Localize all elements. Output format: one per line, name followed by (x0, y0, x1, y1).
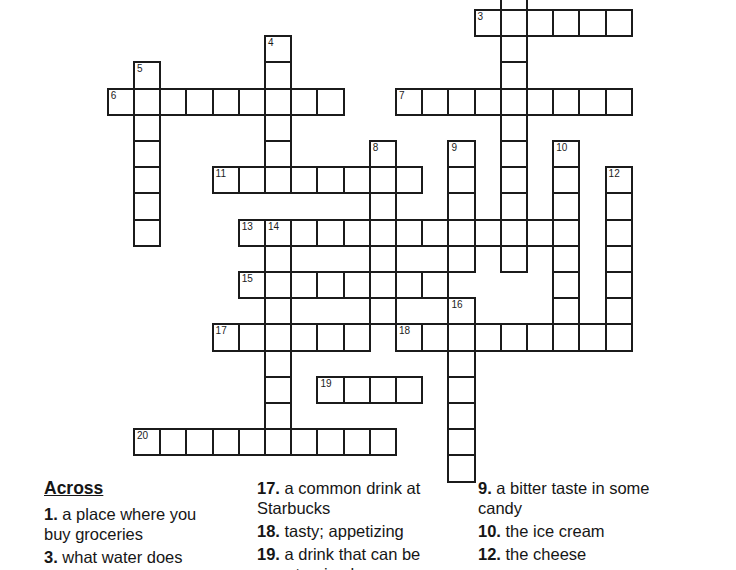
grid-cell[interactable] (447, 166, 475, 194)
grid-cell[interactable] (500, 323, 528, 351)
grid-cell[interactable] (447, 376, 475, 404)
grid-cell[interactable] (369, 428, 397, 456)
grid-cell[interactable] (369, 245, 397, 273)
grid-cell[interactable] (264, 428, 292, 456)
grid-cell[interactable] (578, 9, 606, 37)
cell-number: 6 (111, 91, 117, 101)
clue-item: 18. tasty; appetizing (257, 521, 449, 541)
grid-cell[interactable] (185, 88, 213, 116)
grid-cell[interactable] (421, 219, 449, 247)
grid-cell[interactable] (447, 219, 475, 247)
grid-cell[interactable] (238, 166, 266, 194)
grid-cell[interactable] (500, 9, 528, 37)
grid-cell[interactable] (238, 88, 266, 116)
grid-cell[interactable] (447, 88, 475, 116)
grid-cell[interactable] (159, 88, 187, 116)
grid-cell[interactable] (552, 166, 580, 194)
grid-cell[interactable] (343, 428, 371, 456)
grid-cell[interactable] (369, 166, 397, 194)
grid-cell[interactable] (264, 402, 292, 430)
grid-cell[interactable] (578, 323, 606, 351)
cell-number: 18 (399, 326, 410, 336)
cell-number: 20 (137, 431, 148, 441)
clue-number-label: 12. (478, 545, 501, 563)
grid-cell[interactable] (500, 140, 528, 168)
grid-cell[interactable] (343, 219, 371, 247)
down-clue-list: 9. a bitter taste in some candy10. the i… (478, 478, 650, 570)
grid-cell[interactable] (159, 428, 187, 456)
grid-cell[interactable] (133, 88, 161, 116)
grid-cell[interactable] (316, 323, 344, 351)
grid-cell[interactable] (447, 350, 475, 378)
grid-cell[interactable] (264, 271, 292, 299)
clue-item: 12. the cheese (478, 544, 650, 564)
cell-number: 5 (137, 64, 143, 74)
clue-item: 10. the ice cream (478, 521, 650, 541)
grid-cell[interactable] (500, 88, 528, 116)
cell-number: 3 (478, 12, 484, 22)
clue-item: 3. what water does when it is heated (44, 547, 222, 570)
cell-number: 9 (451, 143, 457, 153)
grid-cell[interactable] (552, 192, 580, 220)
grid-cell[interactable] (605, 192, 633, 220)
grid-cell[interactable] (316, 219, 344, 247)
grid-cell[interactable] (343, 323, 371, 351)
grid-cell[interactable] (447, 192, 475, 220)
cell-number: 19 (320, 379, 331, 389)
grid-cell[interactable] (264, 88, 292, 116)
grid-cell[interactable] (552, 245, 580, 273)
crossword-worksheet: 34567891011121314151617181920 Across 1. … (0, 0, 736, 570)
grid-cell[interactable] (264, 323, 292, 351)
grid-cell[interactable] (500, 166, 528, 194)
grid-cell[interactable] (212, 88, 240, 116)
grid-cell[interactable] (526, 88, 554, 116)
grid-cell[interactable] (316, 428, 344, 456)
grid-cell[interactable] (369, 376, 397, 404)
grid-cell[interactable] (395, 271, 423, 299)
grid-cell[interactable] (421, 323, 449, 351)
grid-cell[interactable] (500, 219, 528, 247)
clue-item: 17. a common drink at Starbucks (257, 478, 449, 518)
grid-cell[interactable] (369, 297, 397, 325)
grid-cell[interactable] (290, 166, 318, 194)
clue-item: 19. a drink that can be sweet or iced (257, 544, 449, 570)
clue-number-label: 17. (257, 479, 280, 497)
grid-cell[interactable] (264, 140, 292, 168)
cell-number: 7 (399, 91, 405, 101)
grid-cell[interactable] (395, 376, 423, 404)
clue-number-label: 19. (257, 545, 280, 563)
grid-cell[interactable] (238, 323, 266, 351)
clue-number-label: 10. (478, 522, 501, 540)
grid-cell[interactable] (552, 88, 580, 116)
grid-cell[interactable] (500, 61, 528, 89)
clue-item: 1. a place where you buy groceries (44, 504, 222, 544)
grid-cell[interactable] (447, 402, 475, 430)
grid-cell[interactable] (343, 271, 371, 299)
grid-cell[interactable] (526, 219, 554, 247)
grid-cell[interactable] (290, 219, 318, 247)
cell-number: 12 (609, 169, 620, 179)
grid-cell[interactable] (290, 271, 318, 299)
grid-cell[interactable] (343, 166, 371, 194)
cell-number: 4 (268, 38, 274, 48)
grid-cell[interactable] (578, 88, 606, 116)
grid-cell[interactable] (447, 454, 475, 482)
grid-cell[interactable] (264, 245, 292, 273)
grid-cell[interactable] (133, 219, 161, 247)
grid-cell[interactable] (290, 428, 318, 456)
clue-number-label: 9. (478, 479, 492, 497)
grid-cell[interactable] (264, 61, 292, 89)
grid-cell[interactable] (500, 192, 528, 220)
grid-cell[interactable] (264, 166, 292, 194)
grid-cell[interactable] (605, 9, 633, 37)
grid-cell[interactable] (238, 428, 266, 456)
grid-cell[interactable] (316, 88, 344, 116)
grid-cell[interactable] (500, 245, 528, 273)
grid-cell[interactable] (133, 114, 161, 142)
grid-cell[interactable] (395, 219, 423, 247)
grid-cell[interactable] (264, 350, 292, 378)
grid-cell[interactable] (133, 140, 161, 168)
cell-number: 16 (451, 300, 462, 310)
grid-cell[interactable] (500, 114, 528, 142)
grid-cell[interactable] (474, 323, 502, 351)
cell-number: 14 (268, 222, 279, 232)
clue-number-label: 3. (44, 548, 58, 566)
grid-cell[interactable] (369, 271, 397, 299)
across-header: Across (44, 478, 222, 498)
across-clues-column-2: 17. a common drink at Starbucks18. tasty… (257, 478, 449, 570)
clue-item: 9. a bitter taste in some candy (478, 478, 650, 518)
grid-cell[interactable] (369, 219, 397, 247)
grid-cell[interactable] (395, 166, 423, 194)
cell-number: 8 (373, 143, 379, 153)
grid-cell[interactable] (264, 376, 292, 404)
grid-cell[interactable] (421, 88, 449, 116)
grid-cell[interactable] (447, 428, 475, 456)
grid-cell[interactable] (133, 192, 161, 220)
grid-cell[interactable] (526, 323, 554, 351)
across-clue-list-2: 17. a common drink at Starbucks18. tasty… (257, 478, 449, 570)
grid-cell[interactable] (605, 219, 633, 247)
cell-number: 13 (242, 222, 253, 232)
grid-cell[interactable] (316, 166, 344, 194)
grid-cell[interactable] (264, 297, 292, 325)
grid-cell[interactable] (343, 376, 371, 404)
grid-cell[interactable] (552, 219, 580, 247)
grid-cell[interactable] (264, 114, 292, 142)
grid-cell[interactable] (290, 323, 318, 351)
grid-cell[interactable] (552, 297, 580, 325)
grid-cell[interactable] (290, 88, 318, 116)
clue-number-label: 1. (44, 505, 58, 523)
cell-number: 15 (242, 274, 253, 284)
grid-cell[interactable] (447, 323, 475, 351)
grid-cell[interactable] (369, 192, 397, 220)
grid-cell[interactable] (316, 271, 344, 299)
grid-cell[interactable] (605, 297, 633, 325)
grid-cell[interactable] (421, 271, 449, 299)
cell-number: 10 (556, 143, 567, 153)
grid-cell[interactable] (500, 35, 528, 63)
grid-cell[interactable] (185, 428, 213, 456)
down-clues-column: 9. a bitter taste in some candy10. the i… (478, 478, 650, 570)
cell-number: 17 (216, 326, 227, 336)
cell-number: 11 (216, 169, 226, 179)
grid-cell[interactable] (552, 271, 580, 299)
cropped-cell-wall (500, 0, 502, 11)
grid-cell[interactable] (212, 428, 240, 456)
grid-cell[interactable] (605, 245, 633, 273)
grid-cell[interactable] (526, 9, 554, 37)
across-clue-list: 1. a place where you buy groceries3. wha… (44, 504, 222, 570)
grid-cell[interactable] (474, 219, 502, 247)
grid-cell[interactable] (474, 88, 502, 116)
grid-cell[interactable] (133, 166, 161, 194)
grid-cell[interactable] (605, 88, 633, 116)
grid-cell[interactable] (552, 9, 580, 37)
grid-cell[interactable] (447, 245, 475, 273)
grid-cell[interactable] (605, 271, 633, 299)
clue-number-label: 18. (257, 522, 280, 540)
cropped-cell-wall (526, 0, 528, 11)
grid-cell[interactable] (605, 323, 633, 351)
across-clues-column: Across 1. a place where you buy grocerie… (44, 478, 222, 570)
grid-cell[interactable] (552, 323, 580, 351)
